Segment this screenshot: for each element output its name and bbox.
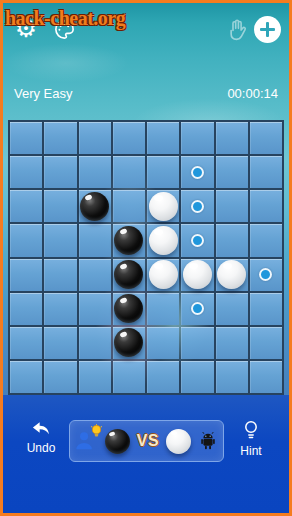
board-cell-d5[interactable] (113, 259, 145, 291)
board-cell-d8[interactable] (113, 361, 145, 393)
android-robot-icon (198, 430, 218, 452)
pass-hand-icon[interactable] (224, 17, 250, 44)
undo-label: Undo (27, 441, 56, 455)
black-disc (114, 260, 143, 289)
plus-icon (266, 22, 269, 37)
board-cell-h2[interactable] (250, 156, 282, 188)
board-cell-f6[interactable] (181, 293, 213, 325)
board-cell-c4[interactable] (79, 224, 111, 256)
board-cell-g5[interactable] (216, 259, 248, 291)
board-cell-h5[interactable] (250, 259, 282, 291)
board-cell-b5[interactable] (44, 259, 76, 291)
board-cell-e6[interactable] (147, 293, 179, 325)
board-cell-b8[interactable] (44, 361, 76, 393)
board-cell-b3[interactable] (44, 190, 76, 222)
board-cell-a4[interactable] (10, 224, 42, 256)
board-cell-g8[interactable] (216, 361, 248, 393)
board-cell-f3[interactable] (181, 190, 213, 222)
human-player-icon (74, 428, 98, 454)
black-disc (114, 226, 143, 255)
white-disc (217, 260, 246, 289)
board-grid (10, 122, 282, 393)
board-cell-e7[interactable] (147, 327, 179, 359)
board-cell-b4[interactable] (44, 224, 76, 256)
orange-frame: hack-cheat.org ⚙ Very Easy 00:00:14 (0, 0, 292, 516)
board-cell-f7[interactable] (181, 327, 213, 359)
board-cell-c7[interactable] (79, 327, 111, 359)
board-cell-e4[interactable] (147, 224, 179, 256)
board-cell-g7[interactable] (216, 327, 248, 359)
board-cell-c5[interactable] (79, 259, 111, 291)
black-disc (114, 328, 143, 357)
board-cell-g3[interactable] (216, 190, 248, 222)
hint-label: Hint (240, 444, 261, 458)
white-disc (149, 192, 178, 221)
board-cell-c2[interactable] (79, 156, 111, 188)
board-cell-b7[interactable] (44, 327, 76, 359)
undo-button[interactable]: Undo (19, 420, 63, 455)
board-cell-c8[interactable] (79, 361, 111, 393)
board-cell-a8[interactable] (10, 361, 42, 393)
board-cell-c3[interactable] (79, 190, 111, 222)
board-cell-h8[interactable] (250, 361, 282, 393)
board-cell-b1[interactable] (44, 122, 76, 154)
board-cell-a2[interactable] (10, 156, 42, 188)
new-game-plus-button[interactable] (254, 16, 281, 43)
legal-move-dot[interactable] (191, 200, 204, 213)
board-cell-g2[interactable] (216, 156, 248, 188)
board-cell-h1[interactable] (250, 122, 282, 154)
app-screen: hack-cheat.org ⚙ Very Easy 00:00:14 (3, 3, 289, 513)
board-cell-f1[interactable] (181, 122, 213, 154)
board-cell-h7[interactable] (250, 327, 282, 359)
board-cell-e1[interactable] (147, 122, 179, 154)
board-cell-a7[interactable] (10, 327, 42, 359)
board-cell-e2[interactable] (147, 156, 179, 188)
board-cell-b6[interactable] (44, 293, 76, 325)
board-cell-d2[interactable] (113, 156, 145, 188)
board-cell-f5[interactable] (181, 259, 213, 291)
board-cell-e5[interactable] (147, 259, 179, 291)
white-disc (183, 260, 212, 289)
white-disc (149, 226, 178, 255)
legal-move-dot[interactable] (191, 302, 204, 315)
board-cell-e8[interactable] (147, 361, 179, 393)
board-cell-a6[interactable] (10, 293, 42, 325)
watermark-text: hack-cheat.org (5, 7, 125, 30)
legal-move-dot[interactable] (191, 234, 204, 247)
black-player-disc (105, 429, 130, 454)
vs-label: VS (137, 432, 159, 450)
board-cell-b2[interactable] (44, 156, 76, 188)
black-disc (80, 192, 109, 221)
board-cell-c1[interactable] (79, 122, 111, 154)
hint-button[interactable]: Hint (229, 420, 273, 458)
players-panel: VS (69, 420, 224, 462)
board-cell-c6[interactable] (79, 293, 111, 325)
board-cell-a1[interactable] (10, 122, 42, 154)
white-disc (149, 260, 178, 289)
board-cell-e3[interactable] (147, 190, 179, 222)
othello-board (8, 120, 284, 395)
board-cell-a3[interactable] (10, 190, 42, 222)
difficulty-label: Very Easy (14, 86, 73, 101)
board-cell-h6[interactable] (250, 293, 282, 325)
game-timer: 00:00:14 (227, 86, 278, 101)
board-cell-d1[interactable] (113, 122, 145, 154)
bottom-bar: Undo (3, 395, 289, 513)
turn-lightbulb-icon (90, 424, 103, 439)
board-cell-g1[interactable] (216, 122, 248, 154)
board-cell-d7[interactable] (113, 327, 145, 359)
board-cell-g4[interactable] (216, 224, 248, 256)
black-disc (114, 294, 143, 323)
board-cell-h4[interactable] (250, 224, 282, 256)
board-cell-h3[interactable] (250, 190, 282, 222)
legal-move-dot[interactable] (191, 166, 204, 179)
board-cell-d4[interactable] (113, 224, 145, 256)
status-bar: Very Easy 00:00:14 (14, 86, 278, 101)
board-cell-a5[interactable] (10, 259, 42, 291)
board-cell-g6[interactable] (216, 293, 248, 325)
undo-arrow-icon (30, 420, 52, 438)
board-cell-d3[interactable] (113, 190, 145, 222)
board-cell-f2[interactable] (181, 156, 213, 188)
legal-move-dot[interactable] (259, 268, 272, 281)
white-player-disc (166, 429, 191, 454)
board-cell-f8[interactable] (181, 361, 213, 393)
board-cell-f4[interactable] (181, 224, 213, 256)
board-cell-d6[interactable] (113, 293, 145, 325)
hint-lightbulb-icon (242, 420, 260, 441)
